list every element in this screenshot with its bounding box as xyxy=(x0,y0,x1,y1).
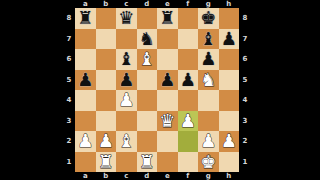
black-king: ♚ xyxy=(200,9,216,27)
square-f8[interactable] xyxy=(178,8,199,29)
square-f6[interactable] xyxy=(178,49,199,70)
square-h3[interactable] xyxy=(219,111,240,132)
rank-label-5: 5 xyxy=(239,70,251,91)
square-c6[interactable]: ♝ xyxy=(116,49,137,70)
black-rook: ♜ xyxy=(77,9,93,27)
rank-label-8: 8 xyxy=(63,8,75,29)
rank-label-6: 6 xyxy=(63,49,75,70)
square-c4[interactable]: ♟ xyxy=(116,90,137,111)
square-c8[interactable]: ♛ xyxy=(116,8,137,29)
rank-labels-right: 87654321 xyxy=(239,8,251,172)
square-f2[interactable] xyxy=(178,131,199,152)
rank-label-5: 5 xyxy=(63,70,75,91)
square-d8[interactable] xyxy=(137,8,158,29)
white-pawn: ♟ xyxy=(180,111,196,129)
square-d4[interactable] xyxy=(137,90,158,111)
square-g3[interactable] xyxy=(198,111,219,132)
black-knight: ♞ xyxy=(139,29,155,47)
square-b5[interactable] xyxy=(96,70,117,91)
white-pawn: ♟ xyxy=(200,132,216,150)
white-rook: ♜ xyxy=(139,152,155,170)
square-h7[interactable]: ♟ xyxy=(219,29,240,50)
square-c3[interactable] xyxy=(116,111,137,132)
square-g5[interactable]: ♞ xyxy=(198,70,219,91)
file-label-d: d xyxy=(137,0,158,8)
square-b2[interactable]: ♟ xyxy=(96,131,117,152)
white-pawn: ♟ xyxy=(98,132,114,150)
black-pawn: ♟ xyxy=(180,70,196,88)
rank-label-1: 1 xyxy=(239,152,251,173)
square-d7[interactable]: ♞ xyxy=(137,29,158,50)
square-h1[interactable] xyxy=(219,152,240,173)
square-a8[interactable]: ♜ xyxy=(75,8,96,29)
black-rook: ♜ xyxy=(159,9,175,27)
square-b7[interactable] xyxy=(96,29,117,50)
square-h5[interactable] xyxy=(219,70,240,91)
black-bishop: ♝ xyxy=(200,29,216,47)
square-c7[interactable] xyxy=(116,29,137,50)
square-g4[interactable] xyxy=(198,90,219,111)
square-a5[interactable]: ♟ xyxy=(75,70,96,91)
square-d5[interactable] xyxy=(137,70,158,91)
square-f4[interactable] xyxy=(178,90,199,111)
square-a6[interactable] xyxy=(75,49,96,70)
square-b6[interactable] xyxy=(96,49,117,70)
white-bishop: ♝ xyxy=(139,50,155,68)
square-c1[interactable] xyxy=(116,152,137,173)
chess-board: ♜♛♜♚♞♝♟♝♝♟♟♟♟♟♞♟♛♟♟♟♝♟♟♜♜♚ xyxy=(75,8,239,172)
white-pawn: ♟ xyxy=(118,91,134,109)
square-e7[interactable] xyxy=(157,29,178,50)
rank-labels-left: 87654321 xyxy=(63,8,75,172)
square-b4[interactable] xyxy=(96,90,117,111)
square-g8[interactable]: ♚ xyxy=(198,8,219,29)
square-g6[interactable]: ♟ xyxy=(198,49,219,70)
square-b1[interactable]: ♜ xyxy=(96,152,117,173)
file-label-a: a xyxy=(75,172,96,180)
rank-label-2: 2 xyxy=(239,131,251,152)
file-label-h: h xyxy=(219,172,240,180)
square-a2[interactable]: ♟ xyxy=(75,131,96,152)
black-queen: ♛ xyxy=(118,9,134,27)
white-queen: ♛ xyxy=(159,111,175,129)
square-a3[interactable] xyxy=(75,111,96,132)
black-pawn: ♟ xyxy=(118,70,134,88)
square-e5[interactable]: ♟ xyxy=(157,70,178,91)
square-a1[interactable] xyxy=(75,152,96,173)
square-c5[interactable]: ♟ xyxy=(116,70,137,91)
square-e6[interactable] xyxy=(157,49,178,70)
rank-label-6: 6 xyxy=(239,49,251,70)
rank-label-3: 3 xyxy=(239,111,251,132)
rank-label-2: 2 xyxy=(63,131,75,152)
white-king: ♚ xyxy=(200,152,216,170)
square-h4[interactable] xyxy=(219,90,240,111)
white-bishop: ♝ xyxy=(118,132,134,150)
square-b3[interactable] xyxy=(96,111,117,132)
square-d3[interactable] xyxy=(137,111,158,132)
square-d2[interactable] xyxy=(137,131,158,152)
square-f7[interactable] xyxy=(178,29,199,50)
square-d6[interactable]: ♝ xyxy=(137,49,158,70)
white-pawn: ♟ xyxy=(221,132,237,150)
square-e3[interactable]: ♛ xyxy=(157,111,178,132)
square-e4[interactable] xyxy=(157,90,178,111)
black-bishop: ♝ xyxy=(118,50,134,68)
file-label-g: g xyxy=(198,172,219,180)
square-e2[interactable] xyxy=(157,131,178,152)
rank-label-3: 3 xyxy=(63,111,75,132)
rank-label-1: 1 xyxy=(63,152,75,173)
square-f5[interactable]: ♟ xyxy=(178,70,199,91)
black-pawn: ♟ xyxy=(159,70,175,88)
square-f3[interactable]: ♟ xyxy=(178,111,199,132)
square-a7[interactable] xyxy=(75,29,96,50)
white-pawn: ♟ xyxy=(77,132,93,150)
square-g7[interactable]: ♝ xyxy=(198,29,219,50)
black-pawn: ♟ xyxy=(77,70,93,88)
square-g2[interactable]: ♟ xyxy=(198,131,219,152)
square-a4[interactable] xyxy=(75,90,96,111)
square-h2[interactable]: ♟ xyxy=(219,131,240,152)
file-label-b: b xyxy=(96,0,117,8)
rank-label-4: 4 xyxy=(63,90,75,111)
square-h6[interactable] xyxy=(219,49,240,70)
square-f1[interactable] xyxy=(178,152,199,173)
square-g1[interactable]: ♚ xyxy=(198,152,219,173)
square-e1[interactable] xyxy=(157,152,178,173)
white-rook: ♜ xyxy=(98,152,114,170)
file-label-c: c xyxy=(116,172,137,180)
square-c2[interactable]: ♝ xyxy=(116,131,137,152)
rank-label-8: 8 xyxy=(239,8,251,29)
file-label-e: e xyxy=(157,172,178,180)
file-label-b: b xyxy=(96,172,117,180)
square-b8[interactable] xyxy=(96,8,117,29)
black-pawn: ♟ xyxy=(200,50,216,68)
rank-label-7: 7 xyxy=(63,29,75,50)
file-label-h: h xyxy=(219,0,240,8)
square-e8[interactable]: ♜ xyxy=(157,8,178,29)
square-d1[interactable]: ♜ xyxy=(137,152,158,173)
file-label-f: f xyxy=(178,0,199,8)
white-knight: ♞ xyxy=(200,70,216,88)
rank-label-7: 7 xyxy=(239,29,251,50)
rank-label-4: 4 xyxy=(239,90,251,111)
black-pawn: ♟ xyxy=(221,29,237,47)
screenshot-canvas: abcdefgh abcdefgh 87654321 87654321 ♜♛♜♚… xyxy=(0,0,320,180)
file-labels-bottom: abcdefgh xyxy=(75,172,239,180)
file-label-d: d xyxy=(137,172,158,180)
file-label-f: f xyxy=(178,172,199,180)
square-h8[interactable] xyxy=(219,8,240,29)
